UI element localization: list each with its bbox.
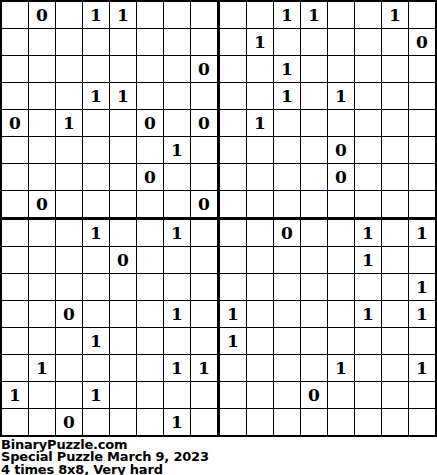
cell-r2c2[interactable] <box>29 29 56 56</box>
cell-r10c10[interactable] <box>247 247 274 274</box>
cell-r11c1[interactable] <box>2 274 29 301</box>
given-cell-r5c6: 0 <box>137 110 164 137</box>
cell-r6c6[interactable] <box>137 137 164 164</box>
cell-r7c8[interactable] <box>191 164 220 191</box>
cell-r13c6[interactable] <box>137 328 164 355</box>
cell-r12c13[interactable] <box>328 301 355 328</box>
cell-r13c12[interactable] <box>301 328 328 355</box>
cell-r13c8[interactable] <box>191 328 220 355</box>
cell-r3c2[interactable] <box>29 56 56 83</box>
cell-r12c12[interactable] <box>301 301 328 328</box>
cell-r1c10[interactable] <box>247 2 274 29</box>
given-cell-r15c1: 1 <box>2 382 29 409</box>
cell-r4c8[interactable] <box>191 83 220 110</box>
cell-r12c2[interactable] <box>29 301 56 328</box>
given-cell-r9c14: 1 <box>355 220 382 247</box>
cell-r5c4[interactable] <box>83 110 110 137</box>
cell-r7c10[interactable] <box>247 164 274 191</box>
puzzle-info: 4 times 8x8, Very hard <box>1 464 437 475</box>
cell-r5c7[interactable] <box>164 110 191 137</box>
cell-r2c11[interactable] <box>274 29 301 56</box>
given-cell-r7c13: 0 <box>328 164 355 191</box>
given-cell-r5c8: 0 <box>191 110 220 137</box>
cell-r1c9[interactable] <box>220 2 247 29</box>
cell-r4c9[interactable] <box>220 83 247 110</box>
cell-r5c12[interactable] <box>301 110 328 137</box>
cell-r15c2[interactable] <box>29 382 56 409</box>
cell-r8c12[interactable] <box>301 191 328 220</box>
cell-r8c4[interactable] <box>83 191 110 220</box>
given-cell-r14c7: 1 <box>164 355 191 382</box>
cell-r13c14[interactable] <box>355 328 382 355</box>
given-cell-r13c9: 1 <box>220 328 247 355</box>
given-cell-r10c14: 1 <box>355 247 382 274</box>
given-cell-r7c6: 0 <box>137 164 164 191</box>
cell-r7c12[interactable] <box>301 164 328 191</box>
cell-r15c10[interactable] <box>247 382 274 409</box>
cell-r12c11[interactable] <box>274 301 301 328</box>
cell-r7c14[interactable] <box>355 164 382 191</box>
cell-r10c9[interactable] <box>220 247 247 274</box>
cell-r15c7[interactable] <box>164 382 191 409</box>
cell-r1c3[interactable] <box>56 2 83 29</box>
cell-r1c13[interactable] <box>328 2 355 29</box>
cell-r4c2[interactable] <box>29 83 56 110</box>
cell-r14c4[interactable] <box>83 355 110 382</box>
given-cell-r14c8: 1 <box>191 355 220 382</box>
cell-r11c11[interactable] <box>274 274 301 301</box>
cell-r2c12[interactable] <box>301 29 328 56</box>
cell-r12c1[interactable] <box>2 301 29 328</box>
cell-r10c13[interactable] <box>328 247 355 274</box>
cell-r16c5[interactable] <box>110 409 137 435</box>
cell-r16c14[interactable] <box>355 409 382 435</box>
cell-r9c8[interactable] <box>191 220 220 247</box>
cell-r11c10[interactable] <box>247 274 274 301</box>
cell-r4c12[interactable] <box>301 83 328 110</box>
cell-r3c14[interactable] <box>355 56 382 83</box>
given-cell-r3c8: 0 <box>191 56 220 83</box>
cell-r15c6[interactable] <box>137 382 164 409</box>
cell-r16c9[interactable] <box>220 409 247 435</box>
cell-r16c1[interactable] <box>2 409 29 435</box>
cell-r11c13[interactable] <box>328 274 355 301</box>
cell-r11c5[interactable] <box>110 274 137 301</box>
cell-r4c15[interactable] <box>382 83 409 110</box>
cell-r7c4[interactable] <box>83 164 110 191</box>
cell-r10c16[interactable] <box>409 247 435 274</box>
cell-r7c3[interactable] <box>56 164 83 191</box>
cell-r14c12[interactable] <box>301 355 328 382</box>
cell-r11c14[interactable] <box>355 274 382 301</box>
cell-r16c16[interactable] <box>409 409 435 435</box>
given-cell-r14c2: 1 <box>29 355 56 382</box>
cell-r1c7[interactable] <box>164 2 191 29</box>
cell-r16c13[interactable] <box>328 409 355 435</box>
cell-r5c15[interactable] <box>382 110 409 137</box>
given-cell-r1c12: 1 <box>301 2 328 29</box>
cell-r15c11[interactable] <box>274 382 301 409</box>
cell-r8c16[interactable] <box>409 191 435 220</box>
cell-r2c13[interactable] <box>328 29 355 56</box>
cell-r13c15[interactable] <box>382 328 409 355</box>
cell-r8c13[interactable] <box>328 191 355 220</box>
given-cell-r9c7: 1 <box>164 220 191 247</box>
cell-r15c8[interactable] <box>191 382 220 409</box>
cell-r13c3[interactable] <box>56 328 83 355</box>
cell-r7c9[interactable] <box>220 164 247 191</box>
given-cell-r9c16: 1 <box>409 220 435 247</box>
given-cell-r12c3: 0 <box>56 301 83 328</box>
given-cell-r9c11: 0 <box>274 220 301 247</box>
cell-r3c3[interactable] <box>56 56 83 83</box>
cell-r9c2[interactable] <box>29 220 56 247</box>
cell-r14c9[interactable] <box>220 355 247 382</box>
cell-r15c14[interactable] <box>355 382 382 409</box>
cell-r4c7[interactable] <box>164 83 191 110</box>
given-cell-r5c1: 0 <box>2 110 29 137</box>
cell-r11c2[interactable] <box>29 274 56 301</box>
cell-r12c6[interactable] <box>137 301 164 328</box>
cell-r4c6[interactable] <box>137 83 164 110</box>
cell-r15c15[interactable] <box>382 382 409 409</box>
cell-r15c16[interactable] <box>409 382 435 409</box>
given-cell-r15c12: 0 <box>301 382 328 409</box>
cell-r5c14[interactable] <box>355 110 382 137</box>
given-cell-r3c11: 1 <box>274 56 301 83</box>
cell-r11c6[interactable] <box>137 274 164 301</box>
given-cell-r1c15: 1 <box>382 2 409 29</box>
given-cell-r6c13: 0 <box>328 137 355 164</box>
cell-r8c3[interactable] <box>56 191 83 220</box>
given-cell-r9c4: 1 <box>83 220 110 247</box>
cell-r14c11[interactable] <box>274 355 301 382</box>
cell-r12c5[interactable] <box>110 301 137 328</box>
cell-r9c1[interactable] <box>2 220 29 247</box>
cell-r3c5[interactable] <box>110 56 137 83</box>
cell-r15c3[interactable] <box>56 382 83 409</box>
given-cell-r10c5: 0 <box>110 247 137 274</box>
cell-r3c9[interactable] <box>220 56 247 83</box>
cell-r3c7[interactable] <box>164 56 191 83</box>
cell-r11c8[interactable] <box>191 274 220 301</box>
cell-r6c4[interactable] <box>83 137 110 164</box>
given-cell-r5c3: 1 <box>56 110 83 137</box>
cell-r10c8[interactable] <box>191 247 220 274</box>
cell-r6c5[interactable] <box>110 137 137 164</box>
cell-r6c8[interactable] <box>191 137 220 164</box>
cell-r2c9[interactable] <box>220 29 247 56</box>
given-cell-r4c13: 1 <box>328 83 355 110</box>
cell-r11c9[interactable] <box>220 274 247 301</box>
cell-r2c4[interactable] <box>83 29 110 56</box>
cell-r3c13[interactable] <box>328 56 355 83</box>
cell-r5c2[interactable] <box>29 110 56 137</box>
cell-r10c7[interactable] <box>164 247 191 274</box>
cell-r1c16[interactable] <box>409 2 435 29</box>
cell-r9c5[interactable] <box>110 220 137 247</box>
cell-r16c10[interactable] <box>247 409 274 435</box>
cell-r13c11[interactable] <box>274 328 301 355</box>
cell-r3c15[interactable] <box>382 56 409 83</box>
cell-r2c5[interactable] <box>110 29 137 56</box>
page: 0111111001111101001100000110110110111111… <box>0 0 437 475</box>
given-cell-r14c13: 1 <box>328 355 355 382</box>
given-cell-r4c11: 1 <box>274 83 301 110</box>
given-cell-r12c9: 1 <box>220 301 247 328</box>
cell-r6c16[interactable] <box>409 137 435 164</box>
cell-r11c12[interactable] <box>301 274 328 301</box>
cell-r9c6[interactable] <box>137 220 164 247</box>
cell-r9c3[interactable] <box>56 220 83 247</box>
cell-r10c11[interactable] <box>274 247 301 274</box>
cell-r5c16[interactable] <box>409 110 435 137</box>
cell-r8c5[interactable] <box>110 191 137 220</box>
cell-r8c9[interactable] <box>220 191 247 220</box>
cell-r8c10[interactable] <box>247 191 274 220</box>
cell-r1c14[interactable] <box>355 2 382 29</box>
cell-r2c1[interactable] <box>2 29 29 56</box>
cell-r13c16[interactable] <box>409 328 435 355</box>
cell-r10c1[interactable] <box>2 247 29 274</box>
cell-r12c10[interactable] <box>247 301 274 328</box>
cell-r6c1[interactable] <box>2 137 29 164</box>
cell-r16c11[interactable] <box>274 409 301 435</box>
cell-r12c4[interactable] <box>83 301 110 328</box>
cell-r11c7[interactable] <box>164 274 191 301</box>
cell-r9c15[interactable] <box>382 220 409 247</box>
cell-r9c12[interactable] <box>301 220 328 247</box>
cell-r10c6[interactable] <box>137 247 164 274</box>
cell-r2c6[interactable] <box>137 29 164 56</box>
given-cell-r5c10: 1 <box>247 110 274 137</box>
given-cell-r8c2: 0 <box>29 191 56 220</box>
given-cell-r4c5: 1 <box>110 83 137 110</box>
cell-r14c5[interactable] <box>110 355 137 382</box>
cell-r7c11[interactable] <box>274 164 301 191</box>
cell-r16c6[interactable] <box>137 409 164 435</box>
cell-r14c3[interactable] <box>56 355 83 382</box>
cell-r2c15[interactable] <box>382 29 409 56</box>
cell-r1c6[interactable] <box>137 2 164 29</box>
cell-r8c15[interactable] <box>382 191 409 220</box>
cell-r8c14[interactable] <box>355 191 382 220</box>
cell-r16c8[interactable] <box>191 409 220 435</box>
cell-r9c9[interactable] <box>220 220 247 247</box>
given-cell-r15c4: 1 <box>83 382 110 409</box>
given-cell-r2c16: 0 <box>409 29 435 56</box>
cell-r16c2[interactable] <box>29 409 56 435</box>
cell-r2c8[interactable] <box>191 29 220 56</box>
cell-r3c12[interactable] <box>301 56 328 83</box>
given-cell-r2c10: 1 <box>247 29 274 56</box>
cell-r13c10[interactable] <box>247 328 274 355</box>
cell-r7c1[interactable] <box>2 164 29 191</box>
cell-r7c7[interactable] <box>164 164 191 191</box>
cell-r14c14[interactable] <box>355 355 382 382</box>
cell-r12c8[interactable] <box>191 301 220 328</box>
cell-r4c1[interactable] <box>2 83 29 110</box>
given-cell-r13c4: 1 <box>83 328 110 355</box>
cell-r1c1[interactable] <box>2 2 29 29</box>
cell-r1c8[interactable] <box>191 2 220 29</box>
cell-r13c1[interactable] <box>2 328 29 355</box>
cell-r7c5[interactable] <box>110 164 137 191</box>
given-cell-r6c7: 1 <box>164 137 191 164</box>
cell-r4c14[interactable] <box>355 83 382 110</box>
given-cell-r4c4: 1 <box>83 83 110 110</box>
cell-r10c2[interactable] <box>29 247 56 274</box>
cell-r10c3[interactable] <box>56 247 83 274</box>
cell-r6c2[interactable] <box>29 137 56 164</box>
cell-r10c4[interactable] <box>83 247 110 274</box>
cell-r8c11[interactable] <box>274 191 301 220</box>
cell-r11c4[interactable] <box>83 274 110 301</box>
cell-r5c9[interactable] <box>220 110 247 137</box>
given-cell-r12c7: 1 <box>164 301 191 328</box>
cell-r5c11[interactable] <box>274 110 301 137</box>
cell-r15c13[interactable] <box>328 382 355 409</box>
cell-r13c13[interactable] <box>328 328 355 355</box>
cell-r9c13[interactable] <box>328 220 355 247</box>
cell-r7c16[interactable] <box>409 164 435 191</box>
cell-r16c12[interactable] <box>301 409 328 435</box>
cell-r3c6[interactable] <box>137 56 164 83</box>
cell-r5c5[interactable] <box>110 110 137 137</box>
given-cell-r8c8: 0 <box>191 191 220 220</box>
cell-r5c13[interactable] <box>328 110 355 137</box>
cell-r14c10[interactable] <box>247 355 274 382</box>
cell-r8c6[interactable] <box>137 191 164 220</box>
cell-r10c12[interactable] <box>301 247 328 274</box>
cell-r2c7[interactable] <box>164 29 191 56</box>
given-cell-r11c16: 1 <box>409 274 435 301</box>
cell-r16c4[interactable] <box>83 409 110 435</box>
cell-r3c1[interactable] <box>2 56 29 83</box>
footer: BinaryPuzzle.com Special Puzzle March 9,… <box>0 437 437 475</box>
cell-r2c3[interactable] <box>56 29 83 56</box>
cell-r3c10[interactable] <box>247 56 274 83</box>
cell-r4c3[interactable] <box>56 83 83 110</box>
cell-r8c7[interactable] <box>164 191 191 220</box>
given-cell-r1c5: 1 <box>110 2 137 29</box>
given-cell-r16c3: 0 <box>56 409 83 435</box>
cell-r15c5[interactable] <box>110 382 137 409</box>
cell-r6c11[interactable] <box>274 137 301 164</box>
cell-r4c16[interactable] <box>409 83 435 110</box>
cell-r13c2[interactable] <box>29 328 56 355</box>
cell-r15c9[interactable] <box>220 382 247 409</box>
cell-r16c15[interactable] <box>382 409 409 435</box>
given-cell-r16c7: 1 <box>164 409 191 435</box>
cell-r14c1[interactable] <box>2 355 29 382</box>
cell-r6c15[interactable] <box>382 137 409 164</box>
cell-r9c10[interactable] <box>247 220 274 247</box>
cell-r2c14[interactable] <box>355 29 382 56</box>
cell-r11c15[interactable] <box>382 274 409 301</box>
cell-r6c10[interactable] <box>247 137 274 164</box>
given-cell-r12c16: 1 <box>409 301 435 328</box>
cell-r7c2[interactable] <box>29 164 56 191</box>
cell-r14c6[interactable] <box>137 355 164 382</box>
cell-r3c16[interactable] <box>409 56 435 83</box>
given-cell-r14c16: 1 <box>409 355 435 382</box>
given-cell-r1c4: 1 <box>83 2 110 29</box>
puzzle-grid: 0111111001111101001100000110110110111111… <box>0 0 437 437</box>
cell-r6c14[interactable] <box>355 137 382 164</box>
cell-r8c1[interactable] <box>2 191 29 220</box>
cell-r4c10[interactable] <box>247 83 274 110</box>
cell-r13c7[interactable] <box>164 328 191 355</box>
given-cell-r1c11: 1 <box>274 2 301 29</box>
cell-r10c15[interactable] <box>382 247 409 274</box>
cell-r6c9[interactable] <box>220 137 247 164</box>
cell-r6c3[interactable] <box>56 137 83 164</box>
cell-r7c15[interactable] <box>382 164 409 191</box>
cell-r3c4[interactable] <box>83 56 110 83</box>
cell-r11c3[interactable] <box>56 274 83 301</box>
given-cell-r12c14: 1 <box>355 301 382 328</box>
cell-r12c15[interactable] <box>382 301 409 328</box>
cell-r6c12[interactable] <box>301 137 328 164</box>
given-cell-r1c2: 0 <box>29 2 56 29</box>
cell-r14c15[interactable] <box>382 355 409 382</box>
cell-r13c5[interactable] <box>110 328 137 355</box>
